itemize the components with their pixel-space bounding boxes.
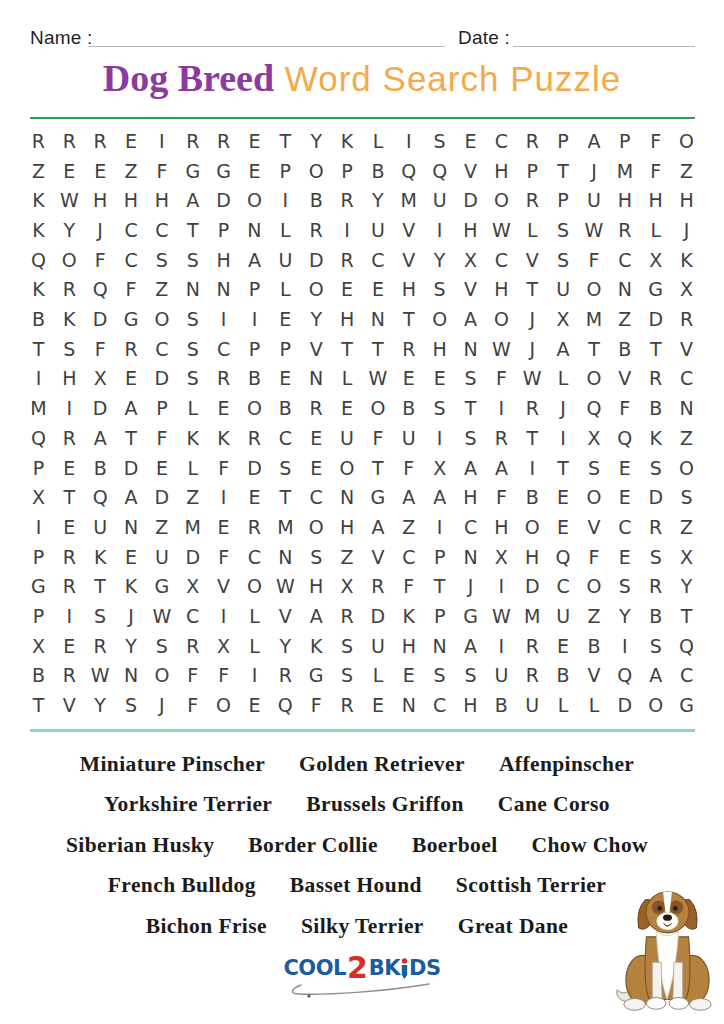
- grid-cell: T: [517, 423, 548, 453]
- grid-cell: U: [393, 423, 424, 453]
- grid-cell: I: [424, 215, 455, 245]
- grid-cell: I: [486, 572, 517, 602]
- grid-cell: T: [23, 690, 54, 720]
- grid-cell: U: [146, 542, 177, 572]
- name-label: Name :: [30, 27, 92, 49]
- grid-cell: J: [116, 601, 147, 631]
- grid-cell: B: [362, 156, 393, 186]
- grid-cell: J: [517, 334, 548, 364]
- grid-cell: W: [486, 334, 517, 364]
- word-list-line: Yorkshire TerrierBrussels GriffonCane Co…: [12, 785, 702, 826]
- grid-cell: H: [609, 185, 640, 215]
- grid-cell: X: [640, 245, 671, 275]
- grid-cell: E: [208, 512, 239, 542]
- logo-ds: DS: [409, 956, 441, 980]
- grid-cell: Y: [116, 631, 147, 661]
- grid-cell: L: [362, 126, 393, 156]
- grid-cell: L: [177, 393, 208, 423]
- grid-cell: Q: [671, 631, 702, 661]
- grid-cell: F: [609, 393, 640, 423]
- grid-cell: Z: [609, 304, 640, 334]
- word-list-item: Great Dane: [458, 914, 568, 939]
- grid-cell: R: [486, 423, 517, 453]
- grid-cell: K: [23, 215, 54, 245]
- grid-cell: B: [640, 601, 671, 631]
- grid-cell: R: [332, 690, 363, 720]
- grid-cell: I: [393, 126, 424, 156]
- grid-cell: L: [548, 364, 579, 394]
- word-list-item: Bichon Frise: [146, 914, 267, 939]
- grid-cell: E: [116, 364, 147, 394]
- grid-cell: E: [609, 482, 640, 512]
- grid-cell: N: [455, 334, 486, 364]
- grid-cell: X: [85, 364, 116, 394]
- grid-cell: P: [239, 275, 270, 305]
- grid-cell: L: [270, 275, 301, 305]
- grid-cell: O: [517, 512, 548, 542]
- grid-cell: S: [177, 334, 208, 364]
- grid-cell: F: [393, 453, 424, 483]
- grid-cell: E: [54, 453, 85, 483]
- grid-cell: B: [23, 661, 54, 691]
- grid-cell: R: [177, 631, 208, 661]
- grid-cell: L: [239, 601, 270, 631]
- grid-cell: L: [579, 690, 610, 720]
- grid-cell: O: [486, 185, 517, 215]
- grid-cell: S: [609, 572, 640, 602]
- grid-cell: K: [640, 423, 671, 453]
- grid-cell: V: [393, 245, 424, 275]
- grid-cell: R: [332, 185, 363, 215]
- grid-cell: K: [301, 631, 332, 661]
- grid-cell: Q: [609, 423, 640, 453]
- grid-cell: E: [116, 126, 147, 156]
- grid-cell: R: [239, 423, 270, 453]
- grid-cell: Z: [177, 482, 208, 512]
- grid-cell: I: [208, 304, 239, 334]
- grid-cell: B: [486, 690, 517, 720]
- grid-cell: R: [208, 364, 239, 394]
- grid-cell: I: [54, 393, 85, 423]
- grid-cell: E: [239, 690, 270, 720]
- grid-cell: A: [85, 423, 116, 453]
- grid-cell: N: [208, 275, 239, 305]
- grid-cell: W: [270, 572, 301, 602]
- grid-cell: S: [640, 631, 671, 661]
- grid-cell: U: [548, 601, 579, 631]
- grid-cell: F: [579, 245, 610, 275]
- title-word-search-puzzle: Word Search Puzzle: [274, 59, 621, 99]
- grid-cell: A: [486, 453, 517, 483]
- grid-cell: M: [393, 185, 424, 215]
- grid-cell: T: [23, 334, 54, 364]
- grid-cell: L: [362, 661, 393, 691]
- grid-cell: Z: [332, 542, 363, 572]
- grid-cell: S: [424, 126, 455, 156]
- grid-cell: Z: [671, 423, 702, 453]
- grid-cell: C: [239, 542, 270, 572]
- grid-cell: S: [270, 453, 301, 483]
- word-list-item: French Bulldog: [108, 873, 256, 898]
- grid-cell: A: [239, 245, 270, 275]
- grid-cell: C: [609, 245, 640, 275]
- grid-cell: G: [23, 572, 54, 602]
- grid-cell: Z: [579, 601, 610, 631]
- word-list-item: Siberian Husky: [66, 833, 214, 858]
- grid-cell: B: [270, 393, 301, 423]
- grid-cell: B: [640, 393, 671, 423]
- grid-cell: H: [85, 185, 116, 215]
- grid-cell: X: [671, 542, 702, 572]
- grid-cell: S: [548, 245, 579, 275]
- grid-cell: G: [455, 601, 486, 631]
- grid-cell: R: [85, 126, 116, 156]
- grid-cell: R: [270, 661, 301, 691]
- grid-cell: D: [85, 304, 116, 334]
- grid-cell: H: [455, 690, 486, 720]
- grid-cell: I: [609, 631, 640, 661]
- grid-cell: U: [332, 423, 363, 453]
- grid-cell: D: [517, 572, 548, 602]
- grid-cell: V: [455, 275, 486, 305]
- grid-cell: D: [239, 453, 270, 483]
- grid-cell: W: [486, 601, 517, 631]
- grid-cell: H: [393, 631, 424, 661]
- grid-cell: S: [424, 275, 455, 305]
- grid-cell: E: [54, 512, 85, 542]
- word-list-item: Basset Hound: [290, 873, 422, 898]
- grid-cell: N: [671, 393, 702, 423]
- grid-cell: P: [146, 393, 177, 423]
- grid-cell: F: [579, 542, 610, 572]
- grid-cell: H: [455, 482, 486, 512]
- logo-cool: COOL: [283, 956, 346, 980]
- grid-cell: M: [270, 512, 301, 542]
- word-list-item: Brussels Griffon: [306, 792, 464, 817]
- grid-cell: P: [208, 215, 239, 245]
- grid-cell: A: [116, 393, 147, 423]
- grid-cell: H: [455, 215, 486, 245]
- grid-cell: R: [54, 572, 85, 602]
- grid-cell: W: [517, 364, 548, 394]
- grid-cell: T: [362, 453, 393, 483]
- grid-cell: L: [640, 215, 671, 245]
- grid-cell: T: [424, 572, 455, 602]
- grid-cell: N: [239, 215, 270, 245]
- grid-cell: C: [116, 215, 147, 245]
- grid-cell: Y: [424, 245, 455, 275]
- grid-cell: F: [362, 423, 393, 453]
- grid-cell: K: [23, 185, 54, 215]
- grid-cell: F: [116, 275, 147, 305]
- grid-cell: D: [362, 601, 393, 631]
- grid-cell: C: [208, 334, 239, 364]
- grid-cell: W: [579, 215, 610, 245]
- grid-cell: V: [393, 215, 424, 245]
- grid-cell: S: [455, 661, 486, 691]
- letter-grid: RRREIRRETYKLISECRPAPFOZEEZFGGEPOPBQQVHPT…: [23, 126, 702, 720]
- grid-cell: X: [579, 423, 610, 453]
- grid-cell: F: [177, 661, 208, 691]
- grid-cell: S: [548, 215, 579, 245]
- grid-cell: T: [362, 334, 393, 364]
- grid-cell: Y: [609, 601, 640, 631]
- grid-cell: I: [424, 423, 455, 453]
- grid-cell: J: [548, 393, 579, 423]
- grid-cell: E: [116, 542, 147, 572]
- grid-cell: P: [609, 126, 640, 156]
- grid-cell: J: [671, 215, 702, 245]
- grid-cell: P: [548, 185, 579, 215]
- grid-cell: G: [116, 304, 147, 334]
- grid-cell: H: [486, 156, 517, 186]
- grid-cell: Y: [301, 304, 332, 334]
- grid-cell: K: [85, 542, 116, 572]
- grid-cell: E: [239, 482, 270, 512]
- grid-cell: N: [116, 512, 147, 542]
- grid-cell: C: [393, 542, 424, 572]
- grid-cell: R: [517, 185, 548, 215]
- grid-cell: U: [362, 631, 393, 661]
- grid-cell: R: [54, 126, 85, 156]
- grid-cell: C: [116, 245, 147, 275]
- grid-cell: W: [54, 185, 85, 215]
- grid-cell: E: [208, 393, 239, 423]
- grid-cell: O: [239, 185, 270, 215]
- grid-cell: B: [23, 304, 54, 334]
- grid-cell: X: [23, 482, 54, 512]
- grid-cell: K: [332, 126, 363, 156]
- word-list-item: Chow Chow: [532, 833, 649, 858]
- grid-cell: H: [208, 245, 239, 275]
- grid-cell: A: [455, 453, 486, 483]
- grid-cell: R: [517, 631, 548, 661]
- grid-cell: R: [177, 126, 208, 156]
- grid-cell: B: [301, 185, 332, 215]
- grid-cell: C: [671, 364, 702, 394]
- grid-cell: P: [548, 126, 579, 156]
- grid-cell: I: [54, 601, 85, 631]
- grid-cell: E: [54, 156, 85, 186]
- grid-cell: K: [177, 423, 208, 453]
- grid-cell: V: [579, 512, 610, 542]
- word-list-item: Yorkshire Terrier: [104, 792, 272, 817]
- grid-cell: Q: [548, 542, 579, 572]
- grid-cell: O: [239, 393, 270, 423]
- grid-cell: N: [301, 364, 332, 394]
- grid-cell: Q: [609, 661, 640, 691]
- grid-cell: O: [146, 304, 177, 334]
- grid-cell: D: [146, 364, 177, 394]
- grid-cell: S: [177, 304, 208, 334]
- grid-cell: G: [640, 275, 671, 305]
- logo-pencil-i-icon: [401, 958, 408, 979]
- grid-cell: O: [332, 453, 363, 483]
- grid-cell: C: [146, 334, 177, 364]
- divider-bottom: [30, 729, 695, 732]
- word-list-item: Silky Terrier: [301, 914, 424, 939]
- grid-cell: I: [486, 393, 517, 423]
- grid-cell: D: [85, 393, 116, 423]
- word-list-line: Siberian HuskyBorder CollieBoerboelChow …: [12, 825, 702, 866]
- grid-cell: N: [332, 482, 363, 512]
- grid-cell: L: [270, 215, 301, 245]
- grid-cell: E: [85, 156, 116, 186]
- grid-cell: Q: [393, 156, 424, 186]
- grid-cell: R: [362, 572, 393, 602]
- grid-cell: H: [146, 185, 177, 215]
- grid-cell: C: [548, 572, 579, 602]
- grid-cell: O: [301, 512, 332, 542]
- grid-cell: H: [671, 185, 702, 215]
- grid-cell: C: [455, 512, 486, 542]
- grid-cell: P: [23, 601, 54, 631]
- grid-cell: Y: [54, 215, 85, 245]
- grid-cell: L: [517, 215, 548, 245]
- grid-cell: U: [85, 512, 116, 542]
- grid-cell: V: [455, 156, 486, 186]
- grid-cell: D: [177, 542, 208, 572]
- grid-cell: T: [393, 304, 424, 334]
- grid-cell: R: [671, 304, 702, 334]
- grid-cell: K: [393, 601, 424, 631]
- grid-cell: F: [208, 453, 239, 483]
- grid-cell: S: [671, 482, 702, 512]
- grid-cell: O: [579, 364, 610, 394]
- word-list-item: Golden Retriever: [299, 752, 465, 777]
- grid-cell: K: [23, 275, 54, 305]
- grid-cell: O: [54, 245, 85, 275]
- grid-cell: F: [146, 423, 177, 453]
- word-list-line: Bichon FriseSilky TerrierGreat Dane: [12, 906, 702, 947]
- dog-illustration: [612, 880, 722, 1022]
- grid-cell: J: [85, 215, 116, 245]
- grid-cell: R: [23, 126, 54, 156]
- grid-cell: S: [455, 423, 486, 453]
- grid-cell: X: [177, 572, 208, 602]
- date-write-in-line: [513, 46, 695, 47]
- grid-cell: Y: [301, 126, 332, 156]
- grid-cell: F: [85, 245, 116, 275]
- grid-cell: R: [85, 631, 116, 661]
- grid-cell: E: [609, 453, 640, 483]
- grid-cell: Z: [671, 512, 702, 542]
- grid-cell: D: [208, 185, 239, 215]
- word-list-item: Scottish Terrier: [456, 873, 606, 898]
- grid-cell: Q: [23, 245, 54, 275]
- grid-cell: O: [301, 275, 332, 305]
- grid-cell: A: [455, 631, 486, 661]
- grid-cell: S: [85, 601, 116, 631]
- grid-cell: C: [177, 601, 208, 631]
- grid-cell: N: [424, 631, 455, 661]
- grid-cell: Z: [146, 275, 177, 305]
- grid-cell: N: [270, 542, 301, 572]
- grid-cell: R: [54, 661, 85, 691]
- grid-cell: W: [362, 364, 393, 394]
- grid-cell: A: [579, 126, 610, 156]
- grid-cell: H: [486, 512, 517, 542]
- grid-cell: Z: [116, 156, 147, 186]
- worksheet-page: Name : Date : Dog Breed Word Search Puzz…: [0, 0, 724, 1024]
- divider-top: [30, 117, 695, 119]
- grid-cell: B: [609, 334, 640, 364]
- grid-cell: M: [517, 601, 548, 631]
- grid-cell: O: [486, 304, 517, 334]
- grid-cell: Z: [23, 156, 54, 186]
- name-write-in-line: [88, 46, 445, 47]
- grid-cell: E: [239, 156, 270, 186]
- grid-cell: U: [270, 245, 301, 275]
- grid-cell: B: [239, 364, 270, 394]
- grid-cell: E: [239, 126, 270, 156]
- grid-cell: K: [208, 423, 239, 453]
- grid-cell: N: [362, 304, 393, 334]
- logo-swirl-icon: [287, 979, 437, 999]
- grid-cell: X: [424, 453, 455, 483]
- grid-cell: X: [486, 542, 517, 572]
- grid-cell: O: [239, 572, 270, 602]
- grid-cell: T: [54, 482, 85, 512]
- grid-cell: F: [393, 572, 424, 602]
- grid-cell: H: [301, 572, 332, 602]
- grid-cell: W: [85, 661, 116, 691]
- grid-cell: F: [177, 690, 208, 720]
- grid-cell: I: [486, 631, 517, 661]
- grid-cell: S: [424, 393, 455, 423]
- grid-cell: P: [270, 334, 301, 364]
- grid-cell: O: [579, 572, 610, 602]
- grid-cell: D: [640, 482, 671, 512]
- grid-cell: E: [455, 126, 486, 156]
- grid-cell: C: [270, 423, 301, 453]
- grid-cell: I: [517, 453, 548, 483]
- grid-cell: I: [23, 364, 54, 394]
- grid-cell: R: [332, 245, 363, 275]
- grid-cell: Q: [579, 393, 610, 423]
- grid-cell: V: [579, 661, 610, 691]
- grid-cell: E: [609, 542, 640, 572]
- grid-cell: G: [208, 156, 239, 186]
- grid-cell: U: [486, 661, 517, 691]
- grid-cell: F: [85, 334, 116, 364]
- grid-cell: R: [332, 601, 363, 631]
- grid-cell: Z: [671, 156, 702, 186]
- grid-cell: S: [424, 661, 455, 691]
- grid-cell: X: [548, 304, 579, 334]
- grid-cell: S: [332, 631, 363, 661]
- grid-cell: I: [270, 185, 301, 215]
- grid-cell: Q: [424, 156, 455, 186]
- grid-cell: V: [208, 572, 239, 602]
- grid-cell: J: [517, 304, 548, 334]
- grid-cell: X: [208, 631, 239, 661]
- grid-cell: R: [393, 334, 424, 364]
- grid-cell: R: [640, 512, 671, 542]
- grid-cell: A: [640, 661, 671, 691]
- grid-cell: S: [177, 245, 208, 275]
- grid-cell: T: [177, 215, 208, 245]
- grid-cell: C: [362, 245, 393, 275]
- grid-cell: J: [579, 156, 610, 186]
- grid-cell: X: [23, 631, 54, 661]
- grid-cell: C: [486, 126, 517, 156]
- grid-cell: V: [671, 334, 702, 364]
- grid-cell: I: [548, 423, 579, 453]
- grid-cell: F: [146, 156, 177, 186]
- grid-cell: U: [517, 690, 548, 720]
- grid-cell: E: [54, 631, 85, 661]
